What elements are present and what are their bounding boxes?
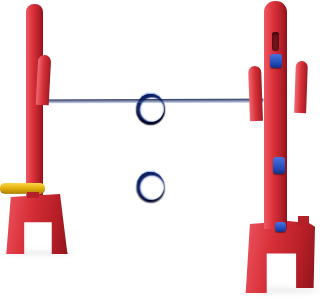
disc-pole: [36, 55, 52, 106]
disc-pole: [294, 61, 308, 113]
board-grid: [43, 12, 264, 203]
post-slot: [272, 32, 279, 51]
right-frame-post: [264, 1, 287, 229]
game-board: [43, 0, 264, 224]
giant-connect-four-product-photo: [0, 0, 320, 300]
board-cell-c7r4: [137, 172, 164, 201]
blue-latch-icon: [275, 222, 286, 232]
disc-pole: [27, 192, 39, 198]
blue-latch-icon: [273, 157, 285, 174]
disc-pole: [298, 216, 309, 226]
board-middle-seam: [44, 99, 264, 104]
blue-latch-icon: [270, 54, 282, 68]
disc-pole: [248, 66, 263, 121]
board-cell-c7r6: [137, 93, 164, 121]
